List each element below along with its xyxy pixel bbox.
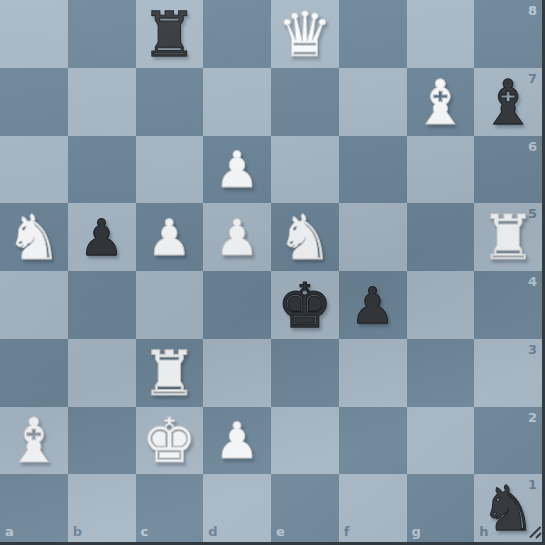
square-c2[interactable]: ♚ (136, 407, 204, 475)
white-pawn[interactable]: ♟ (147, 213, 192, 263)
chess-board-window: ♜♛8♝♝7♟6♞♟♟♟♞♜5♚♟4♜3♝♚♟2abcdefg♞1h (0, 0, 545, 545)
square-f1[interactable]: f (339, 474, 407, 542)
black-bishop[interactable]: ♝ (480, 72, 536, 134)
rank-label-8: 8 (528, 3, 537, 18)
square-h2[interactable]: 2 (474, 407, 542, 475)
square-d4[interactable] (203, 271, 271, 339)
square-h6[interactable]: 6 (474, 136, 542, 204)
square-e6[interactable] (271, 136, 339, 204)
square-d3[interactable] (203, 339, 271, 407)
black-king[interactable]: ♚ (277, 275, 333, 337)
square-c8[interactable]: ♜ (136, 0, 204, 68)
file-label-f: f (344, 524, 350, 539)
file-label-g: g (412, 524, 421, 539)
square-h8[interactable]: 8 (474, 0, 542, 68)
chess-board: ♜♛8♝♝7♟6♞♟♟♟♞♜5♚♟4♜3♝♚♟2abcdefg♞1h (0, 0, 542, 542)
square-f8[interactable] (339, 0, 407, 68)
square-c5[interactable]: ♟ (136, 203, 204, 271)
white-knight[interactable]: ♞ (6, 207, 62, 269)
rank-label-2: 2 (528, 410, 537, 425)
square-b5[interactable]: ♟ (68, 203, 136, 271)
square-b6[interactable] (68, 136, 136, 204)
square-a5[interactable]: ♞ (0, 203, 68, 271)
rank-label-4: 4 (528, 274, 537, 289)
file-label-b: b (73, 524, 82, 539)
square-a3[interactable] (0, 339, 68, 407)
square-a6[interactable] (0, 136, 68, 204)
square-b7[interactable] (68, 68, 136, 136)
square-h4[interactable]: 4 (474, 271, 542, 339)
square-g3[interactable] (407, 339, 475, 407)
square-g5[interactable] (407, 203, 475, 271)
square-b3[interactable] (68, 339, 136, 407)
square-h3[interactable]: 3 (474, 339, 542, 407)
file-label-d: d (208, 524, 217, 539)
resize-handle-icon[interactable] (527, 524, 542, 539)
square-e3[interactable] (271, 339, 339, 407)
square-d8[interactable] (203, 0, 271, 68)
square-a4[interactable] (0, 271, 68, 339)
file-label-e: e (276, 524, 285, 539)
white-bishop[interactable]: ♝ (413, 72, 469, 134)
square-d5[interactable]: ♟ (203, 203, 271, 271)
square-e1[interactable]: e (271, 474, 339, 542)
white-pawn[interactable]: ♟ (215, 145, 260, 195)
square-g7[interactable]: ♝ (407, 68, 475, 136)
white-rook[interactable]: ♜ (480, 207, 536, 269)
square-a2[interactable]: ♝ (0, 407, 68, 475)
rank-label-3: 3 (528, 342, 537, 357)
square-e4[interactable]: ♚ (271, 271, 339, 339)
black-pawn[interactable]: ♟ (79, 213, 124, 263)
square-g6[interactable] (407, 136, 475, 204)
square-f3[interactable] (339, 339, 407, 407)
square-e8[interactable]: ♛ (271, 0, 339, 68)
square-g8[interactable] (407, 0, 475, 68)
square-g2[interactable] (407, 407, 475, 475)
square-f2[interactable] (339, 407, 407, 475)
black-pawn[interactable]: ♟ (350, 281, 395, 331)
square-f5[interactable] (339, 203, 407, 271)
square-b4[interactable] (68, 271, 136, 339)
square-d7[interactable] (203, 68, 271, 136)
white-bishop[interactable]: ♝ (6, 410, 62, 472)
white-knight[interactable]: ♞ (277, 207, 333, 269)
white-pawn[interactable]: ♟ (215, 416, 260, 466)
square-b2[interactable] (68, 407, 136, 475)
white-queen[interactable]: ♛ (277, 4, 333, 66)
square-e7[interactable] (271, 68, 339, 136)
square-f7[interactable] (339, 68, 407, 136)
square-h7[interactable]: ♝7 (474, 68, 542, 136)
square-d1[interactable]: d (203, 474, 271, 542)
square-c6[interactable] (136, 136, 204, 204)
file-label-c: c (141, 524, 149, 539)
square-f6[interactable] (339, 136, 407, 204)
white-pawn[interactable]: ♟ (215, 213, 260, 263)
square-c3[interactable]: ♜ (136, 339, 204, 407)
square-b8[interactable] (68, 0, 136, 68)
file-label-a: a (5, 524, 14, 539)
square-c7[interactable] (136, 68, 204, 136)
square-c4[interactable] (136, 271, 204, 339)
white-king[interactable]: ♚ (142, 410, 198, 472)
square-c1[interactable]: c (136, 474, 204, 542)
square-a8[interactable] (0, 0, 68, 68)
square-e5[interactable]: ♞ (271, 203, 339, 271)
square-d6[interactable]: ♟ (203, 136, 271, 204)
square-b1[interactable]: b (68, 474, 136, 542)
square-h5[interactable]: ♜5 (474, 203, 542, 271)
square-a1[interactable]: a (0, 474, 68, 542)
square-e2[interactable] (271, 407, 339, 475)
rank-label-6: 6 (528, 139, 537, 154)
square-g4[interactable] (407, 271, 475, 339)
white-rook[interactable]: ♜ (142, 343, 198, 405)
square-f4[interactable]: ♟ (339, 271, 407, 339)
square-g1[interactable]: g (407, 474, 475, 542)
black-rook[interactable]: ♜ (142, 4, 198, 66)
square-d2[interactable]: ♟ (203, 407, 271, 475)
square-a7[interactable] (0, 68, 68, 136)
